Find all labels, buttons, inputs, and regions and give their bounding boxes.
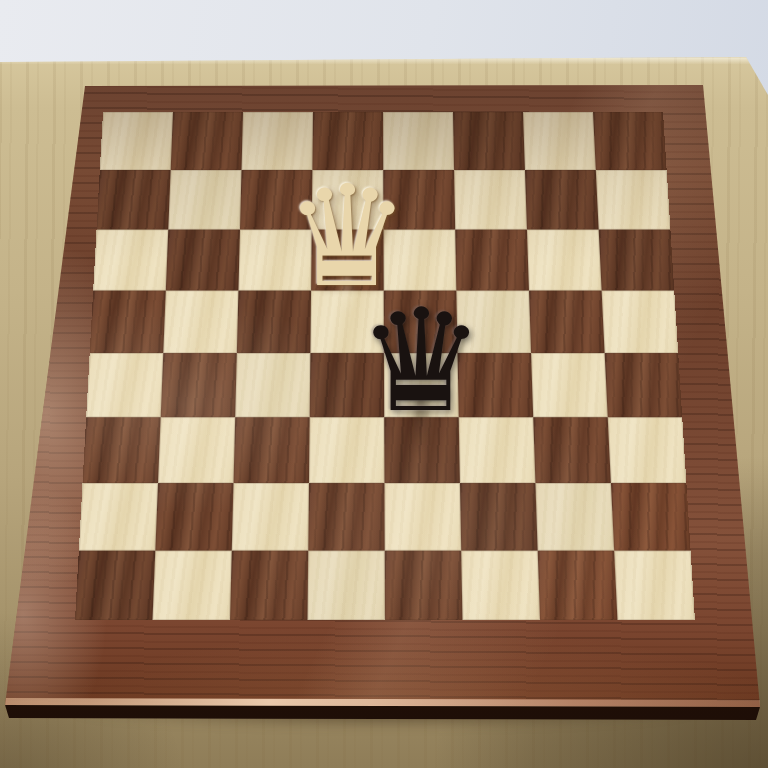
square-h3[interactable]: [608, 417, 687, 483]
square-c2[interactable]: [232, 483, 309, 551]
square-a1[interactable]: [75, 551, 155, 620]
square-a4[interactable]: [86, 353, 163, 417]
square-d1[interactable]: [307, 551, 384, 620]
square-a6[interactable]: [93, 230, 168, 291]
square-f1[interactable]: [461, 551, 540, 620]
square-g2[interactable]: [535, 483, 614, 551]
square-b5[interactable]: [163, 291, 238, 354]
square-d2[interactable]: [308, 483, 384, 551]
square-h6[interactable]: [599, 230, 675, 291]
square-c3[interactable]: [234, 417, 310, 483]
square-a2[interactable]: [79, 483, 158, 551]
square-h1[interactable]: [614, 551, 695, 620]
square-b8[interactable]: [171, 112, 243, 170]
square-g7[interactable]: [525, 170, 599, 229]
square-c4[interactable]: [235, 353, 310, 417]
square-g6[interactable]: [527, 230, 602, 291]
square-e2[interactable]: [384, 483, 461, 551]
black-queen[interactable]: ♛: [357, 290, 484, 432]
square-f2[interactable]: [460, 483, 538, 551]
square-g4[interactable]: [531, 353, 608, 417]
square-h2[interactable]: [611, 483, 691, 551]
square-e1[interactable]: [385, 551, 463, 620]
square-b6[interactable]: [166, 230, 240, 291]
square-g3[interactable]: [533, 417, 611, 483]
square-h4[interactable]: [605, 353, 683, 417]
square-h5[interactable]: [602, 291, 679, 354]
square-f7[interactable]: [454, 170, 527, 229]
square-h8[interactable]: [593, 112, 667, 170]
square-g5[interactable]: [529, 291, 605, 354]
square-b4[interactable]: [161, 353, 237, 417]
square-a8[interactable]: [100, 112, 173, 170]
square-b2[interactable]: [155, 483, 233, 551]
square-g8[interactable]: [523, 112, 596, 170]
square-g1[interactable]: [538, 551, 618, 620]
chessboard-photo: ♛♛: [0, 0, 768, 768]
square-b1[interactable]: [152, 551, 231, 620]
square-h7[interactable]: [596, 170, 671, 229]
square-a7[interactable]: [97, 170, 171, 229]
square-f8[interactable]: [453, 112, 525, 170]
square-b7[interactable]: [168, 170, 241, 229]
square-a5[interactable]: [90, 291, 166, 354]
square-c1[interactable]: [230, 551, 308, 620]
square-a3[interactable]: [83, 417, 161, 483]
square-b3[interactable]: [158, 417, 235, 483]
